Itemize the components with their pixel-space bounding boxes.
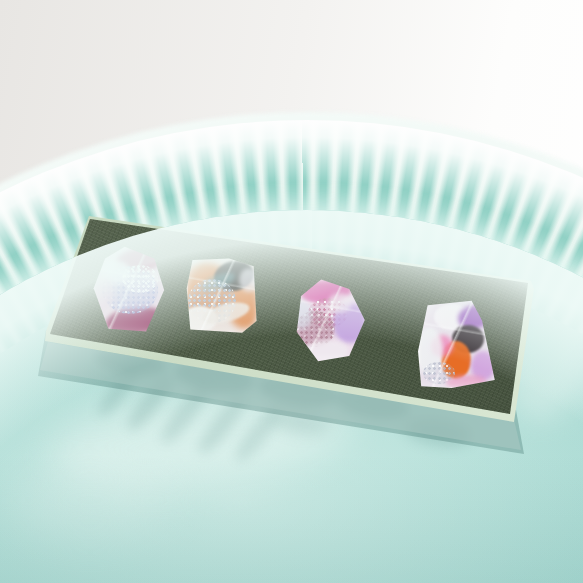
photo-stage (0, 0, 583, 583)
plate-inner-wall-reflection (0, 210, 583, 583)
